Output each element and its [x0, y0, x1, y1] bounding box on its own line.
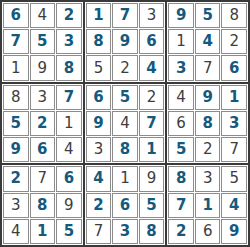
cell-r9c5[interactable]: 3 — [112, 219, 138, 244]
cell-r6c8[interactable]: 2 — [195, 137, 221, 162]
cell-r6c6[interactable]: 1 — [139, 137, 165, 162]
box-r1c3: 958142376 — [167, 2, 248, 82]
cell-r5c4[interactable]: 9 — [86, 111, 112, 136]
cell-r1c1[interactable]: 6 — [3, 3, 29, 28]
cell-r6c7[interactable]: 5 — [168, 137, 194, 162]
box-r3c3: 835714269 — [167, 165, 248, 245]
cell-r5c7[interactable]: 6 — [168, 111, 194, 136]
box-r2c2: 652947381 — [85, 84, 166, 164]
cell-r7c4[interactable]: 4 — [86, 166, 112, 191]
cell-r5c8[interactable]: 8 — [195, 111, 221, 136]
cell-r2c4[interactable]: 8 — [86, 29, 112, 54]
cell-r1c6[interactable]: 3 — [139, 3, 165, 28]
cell-r8c6[interactable]: 5 — [139, 193, 165, 218]
cell-r3c5[interactable]: 2 — [112, 55, 138, 80]
cell-r6c5[interactable]: 8 — [112, 137, 138, 162]
cell-r1c7[interactable]: 9 — [168, 3, 194, 28]
cell-r7c5[interactable]: 1 — [112, 166, 138, 191]
cell-r3c8[interactable]: 7 — [195, 55, 221, 80]
cell-r2c3[interactable]: 3 — [56, 29, 82, 54]
box-r2c1: 837521964 — [2, 84, 83, 164]
cell-r4c7[interactable]: 4 — [168, 85, 194, 110]
cell-r6c9[interactable]: 7 — [221, 137, 247, 162]
cell-r4c5[interactable]: 5 — [112, 85, 138, 110]
box-r1c1: 642753198 — [2, 2, 83, 82]
cell-r7c7[interactable]: 8 — [168, 166, 194, 191]
cell-r3c6[interactable]: 4 — [139, 55, 165, 80]
cell-r8c4[interactable]: 2 — [86, 193, 112, 218]
cell-r8c5[interactable]: 6 — [112, 193, 138, 218]
cell-r2c2[interactable]: 5 — [30, 29, 56, 54]
cell-r3c1[interactable]: 1 — [3, 55, 29, 80]
cell-r5c2[interactable]: 2 — [30, 111, 56, 136]
cell-r2c9[interactable]: 2 — [221, 29, 247, 54]
cell-r8c3[interactable]: 9 — [56, 193, 82, 218]
cell-r3c7[interactable]: 3 — [168, 55, 194, 80]
cell-r2c7[interactable]: 1 — [168, 29, 194, 54]
cell-r5c1[interactable]: 5 — [3, 111, 29, 136]
cell-r7c3[interactable]: 6 — [56, 166, 82, 191]
cell-r5c9[interactable]: 3 — [221, 111, 247, 136]
cell-r7c6[interactable]: 9 — [139, 166, 165, 191]
box-r3c2: 419265738 — [85, 165, 166, 245]
cell-r9c3[interactable]: 5 — [56, 219, 82, 244]
cell-r9c6[interactable]: 8 — [139, 219, 165, 244]
cell-r5c6[interactable]: 7 — [139, 111, 165, 136]
cell-r2c8[interactable]: 4 — [195, 29, 221, 54]
cell-r7c2[interactable]: 7 — [30, 166, 56, 191]
cell-r4c3[interactable]: 7 — [56, 85, 82, 110]
cell-r9c9[interactable]: 9 — [221, 219, 247, 244]
cell-r4c8[interactable]: 9 — [195, 85, 221, 110]
cell-r2c5[interactable]: 9 — [112, 29, 138, 54]
cell-r9c2[interactable]: 1 — [30, 219, 56, 244]
cell-r1c5[interactable]: 7 — [112, 3, 138, 28]
cell-r8c8[interactable]: 1 — [195, 193, 221, 218]
box-r2c3: 491683527 — [167, 84, 248, 164]
cell-r7c1[interactable]: 2 — [3, 166, 29, 191]
cell-r9c1[interactable]: 4 — [3, 219, 29, 244]
box-r3c1: 276389415 — [2, 165, 83, 245]
cell-r3c4[interactable]: 5 — [86, 55, 112, 80]
cell-r8c1[interactable]: 3 — [3, 193, 29, 218]
cell-r9c8[interactable]: 6 — [195, 219, 221, 244]
cell-r8c2[interactable]: 8 — [30, 193, 56, 218]
cell-r8c9[interactable]: 4 — [221, 193, 247, 218]
cell-r4c4[interactable]: 6 — [86, 85, 112, 110]
cell-r9c4[interactable]: 7 — [86, 219, 112, 244]
cell-r5c3[interactable]: 1 — [56, 111, 82, 136]
cell-r6c2[interactable]: 6 — [30, 137, 56, 162]
cell-r4c1[interactable]: 8 — [3, 85, 29, 110]
cell-r4c9[interactable]: 1 — [221, 85, 247, 110]
cell-r6c3[interactable]: 4 — [56, 137, 82, 162]
cell-r7c8[interactable]: 3 — [195, 166, 221, 191]
cell-r9c7[interactable]: 2 — [168, 219, 194, 244]
cell-r4c2[interactable]: 3 — [30, 85, 56, 110]
cell-r3c2[interactable]: 9 — [30, 55, 56, 80]
cell-r1c9[interactable]: 8 — [221, 3, 247, 28]
box-r1c2: 173896524 — [85, 2, 166, 82]
cell-r4c6[interactable]: 2 — [139, 85, 165, 110]
cell-r2c6[interactable]: 6 — [139, 29, 165, 54]
cell-r1c8[interactable]: 5 — [195, 3, 221, 28]
cell-r6c1[interactable]: 9 — [3, 137, 29, 162]
cell-r5c5[interactable]: 4 — [112, 111, 138, 136]
cell-r6c4[interactable]: 3 — [86, 137, 112, 162]
cell-r8c7[interactable]: 7 — [168, 193, 194, 218]
cell-r3c9[interactable]: 6 — [221, 55, 247, 80]
cell-r1c2[interactable]: 4 — [30, 3, 56, 28]
cell-r3c3[interactable]: 8 — [56, 55, 82, 80]
sudoku-board: 6427531981738965249581423768375219646529… — [0, 0, 250, 247]
cell-r1c4[interactable]: 1 — [86, 3, 112, 28]
cell-r1c3[interactable]: 2 — [56, 3, 82, 28]
cell-r2c1[interactable]: 7 — [3, 29, 29, 54]
cell-r7c9[interactable]: 5 — [221, 166, 247, 191]
